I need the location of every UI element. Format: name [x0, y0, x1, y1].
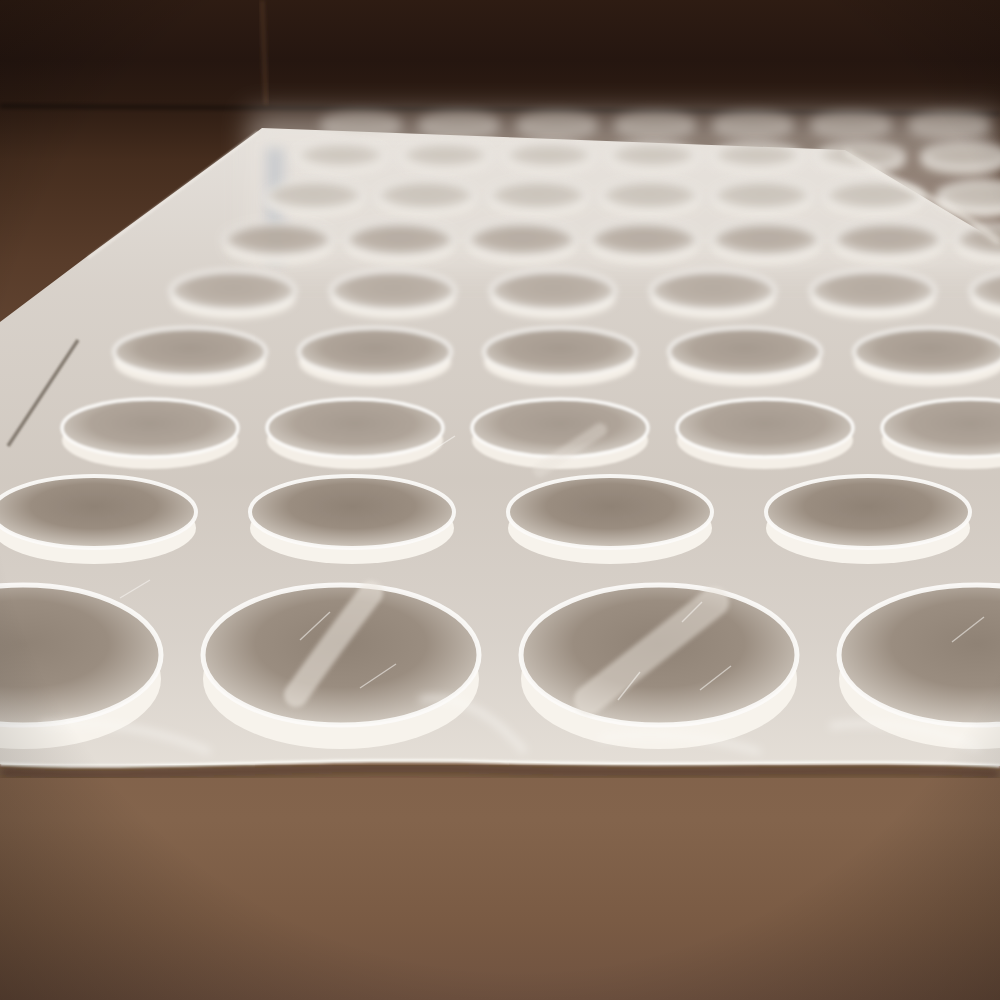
vignette [0, 0, 1000, 1000]
photo-canvas [0, 0, 1000, 1000]
photo [0, 0, 1000, 1000]
